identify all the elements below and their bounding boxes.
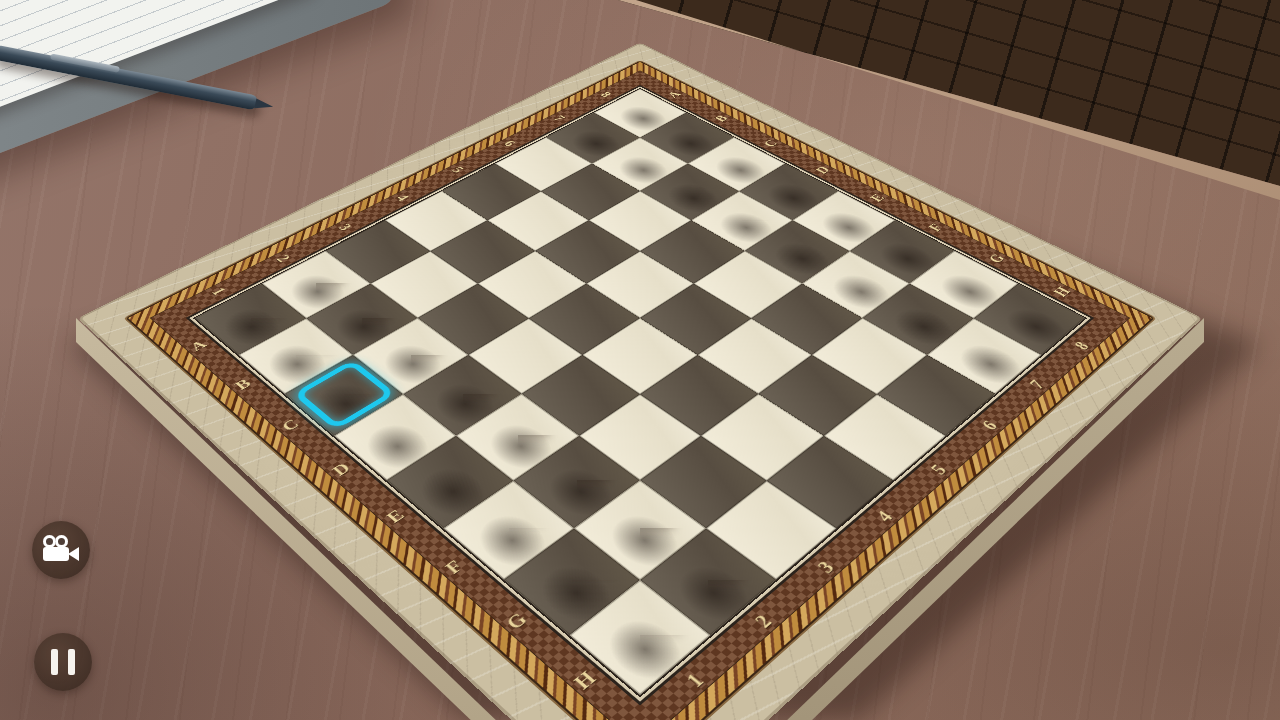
white-rook-h1[interactable]: ♜: [576, 480, 704, 648]
black-pawn-h7[interactable]: ♟: [940, 250, 1028, 366]
camera-button[interactable]: [32, 521, 90, 579]
pause-button[interactable]: [34, 633, 92, 691]
game-scene: 87654321 87654321 ABCDEFGH ABCDEFGH ♜♞♝♛…: [0, 0, 1280, 720]
board-plane: 87654321 87654321 ABCDEFGH ABCDEFGH ♜♞♝♛…: [77, 43, 1202, 720]
pause-icon: [51, 649, 75, 675]
video-camera-icon: [43, 535, 79, 565]
